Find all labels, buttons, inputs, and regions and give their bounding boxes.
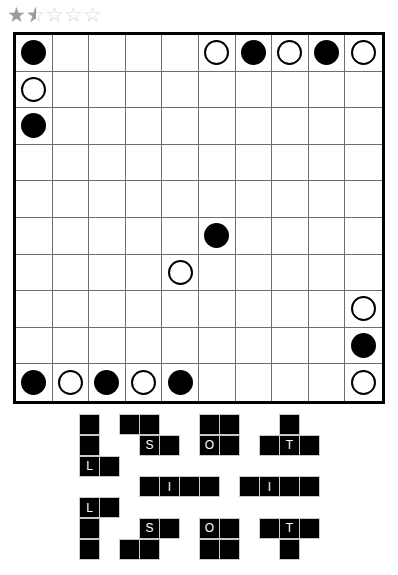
board-cell[interactable] <box>236 218 273 255</box>
board-cell[interactable] <box>53 181 90 218</box>
board-cell[interactable] <box>236 35 273 72</box>
black-pearl <box>21 370 46 395</box>
logo-letter: T <box>286 522 293 534</box>
board-cell[interactable] <box>345 108 382 145</box>
logo-letter: I <box>168 481 171 493</box>
logo-block-o: O <box>200 436 219 455</box>
board-cell[interactable] <box>53 364 90 401</box>
board-cell[interactable] <box>345 255 382 292</box>
board-cell[interactable] <box>272 108 309 145</box>
white-pearl <box>131 370 156 395</box>
board-cell[interactable] <box>162 291 199 328</box>
logo-block-t: T <box>280 519 299 538</box>
logo-block <box>160 519 179 538</box>
logo-block <box>100 457 119 476</box>
logo-block <box>240 477 259 496</box>
board-cell[interactable] <box>199 181 236 218</box>
tetromino-logo: SOTLIILSOT <box>80 415 319 559</box>
logo-block <box>220 519 239 538</box>
board-cell[interactable] <box>345 72 382 109</box>
logo-block-i: I <box>260 477 279 496</box>
white-pearl <box>204 40 229 65</box>
board-cell[interactable] <box>345 181 382 218</box>
black-pearl <box>21 40 46 65</box>
black-pearl <box>94 370 119 395</box>
board-cell[interactable] <box>345 35 382 72</box>
logo-block <box>80 540 99 559</box>
board-cell[interactable] <box>162 181 199 218</box>
board-cell[interactable] <box>236 108 273 145</box>
black-pearl <box>21 113 46 138</box>
logo-letter: T <box>286 439 293 451</box>
logo-block <box>280 477 299 496</box>
logo-letter: O <box>205 439 214 451</box>
board-cell[interactable] <box>89 218 126 255</box>
board-cell[interactable] <box>126 291 163 328</box>
board-cell[interactable] <box>53 218 90 255</box>
logo-letter: L <box>86 460 93 472</box>
black-pearl <box>168 370 193 395</box>
logo-block-l: L <box>80 498 99 517</box>
board-cell[interactable] <box>89 145 126 182</box>
board-cell[interactable] <box>89 181 126 218</box>
board-cell[interactable] <box>89 255 126 292</box>
logo-block <box>80 436 99 455</box>
board-cell[interactable] <box>236 181 273 218</box>
board-cell[interactable] <box>16 255 53 292</box>
board-cell[interactable] <box>16 145 53 182</box>
board-cell[interactable] <box>272 181 309 218</box>
logo-block <box>100 498 119 517</box>
white-pearl <box>351 370 376 395</box>
board-cell[interactable] <box>236 364 273 401</box>
board-cell[interactable] <box>272 364 309 401</box>
logo-block-l: L <box>80 457 99 476</box>
white-pearl <box>168 260 193 285</box>
logo-letter: S <box>145 522 153 534</box>
board-cell[interactable] <box>345 291 382 328</box>
board-cell[interactable] <box>199 291 236 328</box>
logo-block <box>200 540 219 559</box>
logo-block-o: O <box>200 519 219 538</box>
board-cell[interactable] <box>345 145 382 182</box>
star-full-icon: ★ <box>7 3 26 27</box>
board-cell[interactable] <box>162 108 199 145</box>
logo-block <box>140 477 159 496</box>
logo-block <box>180 477 199 496</box>
logo-block <box>200 477 219 496</box>
white-pearl <box>351 40 376 65</box>
difficulty-rating: ★☆★☆☆☆ <box>7 2 102 28</box>
logo-block <box>200 415 219 434</box>
logo-letter: O <box>205 522 214 534</box>
logo-block <box>260 436 279 455</box>
star-half-fill: ★ <box>26 3 36 27</box>
board-cell[interactable] <box>309 218 346 255</box>
board-cell[interactable] <box>272 35 309 72</box>
board-cell[interactable] <box>16 328 53 365</box>
star-empty-icon: ☆ <box>45 3 64 27</box>
board-cell[interactable] <box>89 35 126 72</box>
logo-block <box>140 540 159 559</box>
logo-block <box>280 415 299 434</box>
logo-block <box>220 540 239 559</box>
star-half-icon: ☆★ <box>26 3 45 27</box>
white-pearl <box>277 40 302 65</box>
logo-block-i: I <box>160 477 179 496</box>
board-cell[interactable] <box>309 291 346 328</box>
logo-block <box>300 519 319 538</box>
board-cell[interactable] <box>236 145 273 182</box>
logo-block <box>280 540 299 559</box>
board-cell[interactable] <box>89 291 126 328</box>
board-cell[interactable] <box>162 35 199 72</box>
board-cell[interactable] <box>199 218 236 255</box>
board-cell[interactable] <box>126 364 163 401</box>
board-cell[interactable] <box>126 181 163 218</box>
star-glyph: ★ <box>7 3 26 27</box>
board-cell[interactable] <box>16 291 53 328</box>
black-pearl <box>351 333 376 358</box>
board-cell[interactable] <box>309 328 346 365</box>
star-empty-icon: ☆ <box>83 3 102 27</box>
board-cell[interactable] <box>16 35 53 72</box>
board-cell[interactable] <box>309 364 346 401</box>
board-cell[interactable] <box>53 72 90 109</box>
board-cell[interactable] <box>126 108 163 145</box>
star-glyph: ☆ <box>45 3 64 27</box>
star-glyph: ☆ <box>64 3 83 27</box>
board-cell[interactable] <box>236 328 273 365</box>
logo-block <box>300 436 319 455</box>
board-cell[interactable] <box>53 108 90 145</box>
board-cell[interactable] <box>199 145 236 182</box>
board-cell[interactable] <box>162 218 199 255</box>
logo-letter: I <box>268 481 271 493</box>
board-cell[interactable] <box>236 255 273 292</box>
board-cell[interactable] <box>53 291 90 328</box>
board-cell[interactable] <box>16 364 53 401</box>
logo-block <box>80 415 99 434</box>
black-pearl <box>314 40 339 65</box>
board-cell[interactable] <box>162 145 199 182</box>
board-cell[interactable] <box>272 255 309 292</box>
board-cell[interactable] <box>345 364 382 401</box>
board-cell[interactable] <box>89 364 126 401</box>
board-cell[interactable] <box>89 108 126 145</box>
star-empty-icon: ☆ <box>64 3 83 27</box>
logo-letter: S <box>145 439 153 451</box>
board-cell[interactable] <box>162 72 199 109</box>
board-cell[interactable] <box>53 145 90 182</box>
board-cell[interactable] <box>345 218 382 255</box>
logo-block-s: S <box>140 436 159 455</box>
board-cell[interactable] <box>126 218 163 255</box>
white-pearl <box>58 370 83 395</box>
board-cell[interactable] <box>126 255 163 292</box>
white-pearl <box>21 77 46 102</box>
board-cell[interactable] <box>162 328 199 365</box>
board-cell[interactable] <box>309 181 346 218</box>
star-glyph: ☆ <box>83 3 102 27</box>
board-cell[interactable] <box>53 35 90 72</box>
board-cell[interactable] <box>199 35 236 72</box>
board-cell[interactable] <box>236 72 273 109</box>
logo-block-t: T <box>280 436 299 455</box>
black-pearl <box>241 40 266 65</box>
board-cell[interactable] <box>16 181 53 218</box>
board-cell[interactable] <box>89 72 126 109</box>
white-pearl <box>351 296 376 321</box>
board-cell[interactable] <box>345 328 382 365</box>
logo-block <box>260 519 279 538</box>
board-cell[interactable] <box>236 291 273 328</box>
board-cell[interactable] <box>199 72 236 109</box>
board-cell[interactable] <box>272 145 309 182</box>
board-cell[interactable] <box>272 328 309 365</box>
board-cell[interactable] <box>309 255 346 292</box>
board-cell[interactable] <box>309 72 346 109</box>
black-pearl <box>204 223 229 248</box>
board-cell[interactable] <box>126 35 163 72</box>
masyu-board <box>13 32 385 404</box>
board-cell[interactable] <box>272 218 309 255</box>
board-cell[interactable] <box>126 145 163 182</box>
logo-block <box>140 415 159 434</box>
logo-block <box>220 436 239 455</box>
board-cell[interactable] <box>16 108 53 145</box>
board-cell[interactable] <box>272 291 309 328</box>
board-cell[interactable] <box>309 35 346 72</box>
logo-block <box>220 415 239 434</box>
board-cell[interactable] <box>162 255 199 292</box>
board-cell[interactable] <box>199 328 236 365</box>
board-cell[interactable] <box>89 328 126 365</box>
board-cell[interactable] <box>199 108 236 145</box>
logo-block-s: S <box>140 519 159 538</box>
board-cell[interactable] <box>199 364 236 401</box>
logo-block <box>80 519 99 538</box>
logo-block <box>300 477 319 496</box>
board-cell[interactable] <box>309 108 346 145</box>
board-cell[interactable] <box>53 328 90 365</box>
logo-block <box>160 436 179 455</box>
board-cell[interactable] <box>126 72 163 109</box>
board-cell[interactable] <box>16 72 53 109</box>
logo-letter: L <box>86 502 93 514</box>
board-cell[interactable] <box>199 255 236 292</box>
board-cell[interactable] <box>272 72 309 109</box>
board-cell[interactable] <box>126 328 163 365</box>
logo-block <box>120 415 139 434</box>
board-cell[interactable] <box>162 364 199 401</box>
board-cell[interactable] <box>309 145 346 182</box>
board-cell[interactable] <box>16 218 53 255</box>
logo-block <box>120 540 139 559</box>
board-cell[interactable] <box>53 255 90 292</box>
